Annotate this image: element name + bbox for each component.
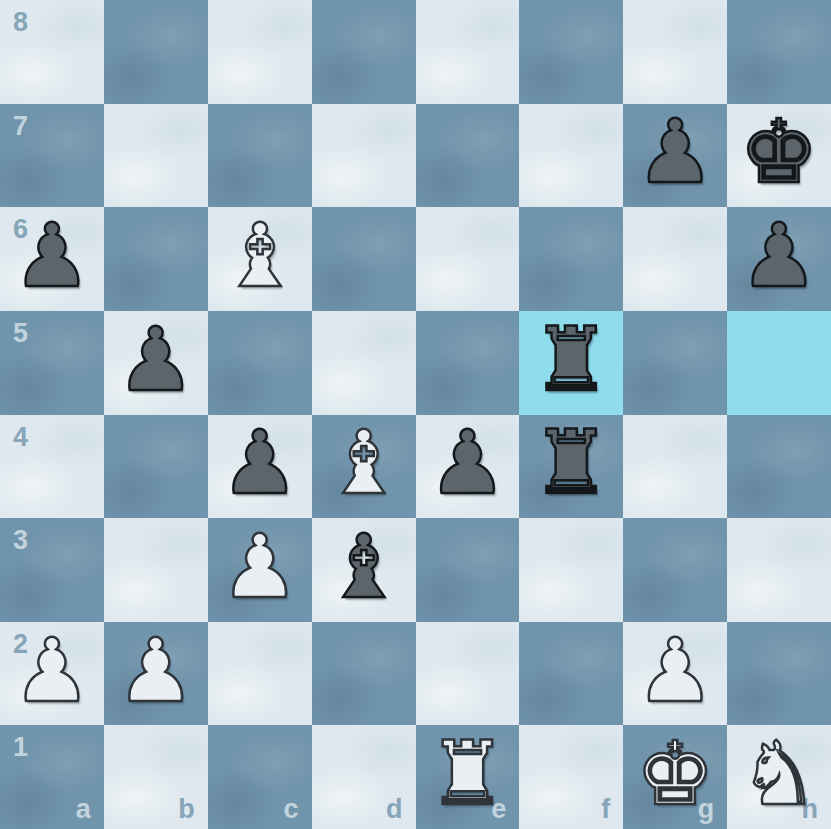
file-label-c: c bbox=[284, 796, 299, 823]
square-e4[interactable]: ♟ bbox=[416, 415, 520, 519]
square-g5[interactable] bbox=[623, 311, 727, 415]
square-e3[interactable] bbox=[416, 518, 520, 622]
square-e5[interactable] bbox=[416, 311, 520, 415]
square-a7[interactable]: 7 bbox=[0, 104, 104, 208]
black-pawn-icon[interactable]: ♟ bbox=[208, 415, 312, 519]
square-e2[interactable] bbox=[416, 622, 520, 726]
square-a1[interactable]: 1a bbox=[0, 725, 104, 829]
square-f3[interactable] bbox=[519, 518, 623, 622]
square-f4[interactable]: ♜ bbox=[519, 415, 623, 519]
square-a2[interactable]: 2♟ bbox=[0, 622, 104, 726]
black-bishop-icon[interactable]: ♝ bbox=[312, 518, 416, 622]
square-f7[interactable] bbox=[519, 104, 623, 208]
square-g7[interactable]: ♟ bbox=[623, 104, 727, 208]
square-g1[interactable]: g♚ bbox=[623, 725, 727, 829]
square-b4[interactable] bbox=[104, 415, 208, 519]
black-pawn-icon[interactable]: ♟ bbox=[104, 311, 208, 415]
square-a3[interactable]: 3 bbox=[0, 518, 104, 622]
black-pawn-icon[interactable]: ♟ bbox=[727, 207, 831, 311]
square-c8[interactable] bbox=[208, 0, 312, 104]
rank-label-4: 4 bbox=[13, 424, 28, 451]
square-c7[interactable] bbox=[208, 104, 312, 208]
white-knight-icon[interactable]: ♞ bbox=[727, 725, 831, 829]
square-h5[interactable] bbox=[727, 311, 831, 415]
white-bishop-icon[interactable]: ♝ bbox=[312, 415, 416, 519]
square-d6[interactable] bbox=[312, 207, 416, 311]
square-g4[interactable] bbox=[623, 415, 727, 519]
file-label-d: d bbox=[386, 796, 403, 823]
square-f8[interactable] bbox=[519, 0, 623, 104]
file-label-a: a bbox=[76, 796, 91, 823]
square-g3[interactable] bbox=[623, 518, 727, 622]
square-c1[interactable]: c bbox=[208, 725, 312, 829]
square-d5[interactable] bbox=[312, 311, 416, 415]
square-b2[interactable]: ♟ bbox=[104, 622, 208, 726]
square-h3[interactable] bbox=[727, 518, 831, 622]
black-king-icon[interactable]: ♚ bbox=[727, 104, 831, 208]
white-king-icon[interactable]: ♚ bbox=[623, 725, 727, 829]
square-a5[interactable]: 5 bbox=[0, 311, 104, 415]
square-d7[interactable] bbox=[312, 104, 416, 208]
square-h7[interactable]: ♚ bbox=[727, 104, 831, 208]
rank-label-7: 7 bbox=[13, 113, 28, 140]
rank-label-1: 1 bbox=[13, 734, 28, 761]
square-d2[interactable] bbox=[312, 622, 416, 726]
square-g6[interactable] bbox=[623, 207, 727, 311]
square-f5[interactable]: ♜ bbox=[519, 311, 623, 415]
square-e8[interactable] bbox=[416, 0, 520, 104]
square-e7[interactable] bbox=[416, 104, 520, 208]
square-d8[interactable] bbox=[312, 0, 416, 104]
square-b7[interactable] bbox=[104, 104, 208, 208]
square-b5[interactable]: ♟ bbox=[104, 311, 208, 415]
white-bishop-icon[interactable]: ♝ bbox=[208, 207, 312, 311]
square-d3[interactable]: ♝ bbox=[312, 518, 416, 622]
square-b6[interactable] bbox=[104, 207, 208, 311]
square-c5[interactable] bbox=[208, 311, 312, 415]
square-e6[interactable] bbox=[416, 207, 520, 311]
rank-label-5: 5 bbox=[13, 320, 28, 347]
square-c3[interactable]: ♟ bbox=[208, 518, 312, 622]
black-pawn-icon[interactable]: ♟ bbox=[623, 104, 727, 208]
white-pawn-icon[interactable]: ♟ bbox=[623, 622, 727, 726]
black-rook-icon[interactable]: ♜ bbox=[519, 311, 623, 415]
white-pawn-icon[interactable]: ♟ bbox=[208, 518, 312, 622]
square-h1[interactable]: h♞ bbox=[727, 725, 831, 829]
rank-label-8: 8 bbox=[13, 9, 28, 36]
black-pawn-icon[interactable]: ♟ bbox=[416, 415, 520, 519]
square-f2[interactable] bbox=[519, 622, 623, 726]
square-h8[interactable] bbox=[727, 0, 831, 104]
square-h6[interactable]: ♟ bbox=[727, 207, 831, 311]
square-h2[interactable] bbox=[727, 622, 831, 726]
file-label-b: b bbox=[178, 796, 195, 823]
white-pawn-icon[interactable]: ♟ bbox=[0, 622, 104, 726]
square-h4[interactable] bbox=[727, 415, 831, 519]
square-f6[interactable] bbox=[519, 207, 623, 311]
square-b1[interactable]: b bbox=[104, 725, 208, 829]
square-d4[interactable]: ♝ bbox=[312, 415, 416, 519]
black-rook-icon[interactable]: ♜ bbox=[519, 415, 623, 519]
white-pawn-icon[interactable]: ♟ bbox=[104, 622, 208, 726]
square-a8[interactable]: 8 bbox=[0, 0, 104, 104]
square-c6[interactable]: ♝ bbox=[208, 207, 312, 311]
square-g8[interactable] bbox=[623, 0, 727, 104]
rank-label-3: 3 bbox=[13, 527, 28, 554]
square-c4[interactable]: ♟ bbox=[208, 415, 312, 519]
square-b8[interactable] bbox=[104, 0, 208, 104]
square-a6[interactable]: 6♟ bbox=[0, 207, 104, 311]
square-b3[interactable] bbox=[104, 518, 208, 622]
chess-board: 87♟♚6♟♝♟5♟♜4♟♝♟♜3♟♝2♟♟♟1abcde♜fg♚h♞ bbox=[0, 0, 831, 829]
square-d1[interactable]: d bbox=[312, 725, 416, 829]
black-pawn-icon[interactable]: ♟ bbox=[0, 207, 104, 311]
file-label-f: f bbox=[601, 796, 610, 823]
white-rook-icon[interactable]: ♜ bbox=[416, 725, 520, 829]
square-c2[interactable] bbox=[208, 622, 312, 726]
square-a4[interactable]: 4 bbox=[0, 415, 104, 519]
square-e1[interactable]: e♜ bbox=[416, 725, 520, 829]
square-f1[interactable]: f bbox=[519, 725, 623, 829]
square-g2[interactable]: ♟ bbox=[623, 622, 727, 726]
